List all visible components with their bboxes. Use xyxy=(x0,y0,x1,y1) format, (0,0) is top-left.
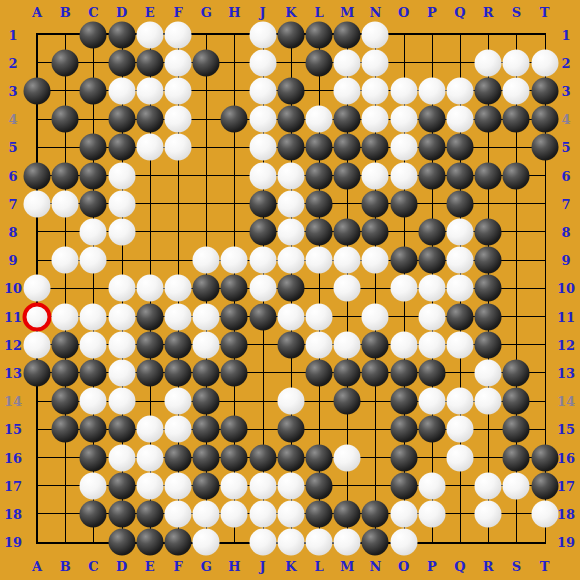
intersection-L17[interactable] xyxy=(305,472,333,500)
intersection-N5[interactable] xyxy=(361,133,389,161)
intersection-C14[interactable] xyxy=(79,387,107,415)
intersection-H14[interactable] xyxy=(220,387,248,415)
intersection-K16[interactable] xyxy=(277,444,305,472)
intersection-D3[interactable] xyxy=(108,77,136,105)
intersection-B2[interactable] xyxy=(51,49,79,77)
intersection-P2[interactable] xyxy=(418,49,446,77)
intersection-L2[interactable] xyxy=(305,49,333,77)
intersection-L4[interactable] xyxy=(305,105,333,133)
intersection-J12[interactable] xyxy=(249,331,277,359)
intersection-K4[interactable] xyxy=(277,105,305,133)
intersection-H6[interactable] xyxy=(220,162,248,190)
intersection-A19[interactable] xyxy=(23,528,51,556)
intersection-B14[interactable] xyxy=(51,387,79,415)
intersection-H16[interactable] xyxy=(220,444,248,472)
intersection-A6[interactable] xyxy=(23,162,51,190)
intersection-A12[interactable] xyxy=(23,331,51,359)
intersection-G2[interactable] xyxy=(192,49,220,77)
intersection-H11[interactable] xyxy=(220,303,248,331)
intersection-S16[interactable] xyxy=(502,444,530,472)
intersection-G5[interactable] xyxy=(192,133,220,161)
intersection-S19[interactable] xyxy=(502,528,530,556)
intersection-T11[interactable] xyxy=(531,303,559,331)
intersection-K3[interactable] xyxy=(277,77,305,105)
intersection-T2[interactable] xyxy=(531,49,559,77)
intersection-P13[interactable] xyxy=(418,359,446,387)
intersection-C18[interactable] xyxy=(79,500,107,528)
intersection-K7[interactable] xyxy=(277,190,305,218)
intersection-S8[interactable] xyxy=(502,218,530,246)
intersection-T15[interactable] xyxy=(531,415,559,443)
intersection-E10[interactable] xyxy=(136,274,164,302)
intersection-Q14[interactable] xyxy=(446,387,474,415)
intersection-S14[interactable] xyxy=(502,387,530,415)
intersection-O19[interactable] xyxy=(390,528,418,556)
intersection-H2[interactable] xyxy=(220,49,248,77)
intersection-M8[interactable] xyxy=(333,218,361,246)
intersection-P5[interactable] xyxy=(418,133,446,161)
intersection-Q8[interactable] xyxy=(446,218,474,246)
intersection-M3[interactable] xyxy=(333,77,361,105)
intersection-D5[interactable] xyxy=(108,133,136,161)
intersection-G1[interactable] xyxy=(192,21,220,49)
intersection-D15[interactable] xyxy=(108,415,136,443)
intersection-O6[interactable] xyxy=(390,162,418,190)
intersection-F14[interactable] xyxy=(164,387,192,415)
intersection-E7[interactable] xyxy=(136,190,164,218)
intersection-H18[interactable] xyxy=(220,500,248,528)
intersection-H9[interactable] xyxy=(220,246,248,274)
intersection-O1[interactable] xyxy=(390,21,418,49)
intersection-E18[interactable] xyxy=(136,500,164,528)
intersection-T16[interactable] xyxy=(531,444,559,472)
intersection-K6[interactable] xyxy=(277,162,305,190)
intersection-J15[interactable] xyxy=(249,415,277,443)
intersection-R6[interactable] xyxy=(474,162,502,190)
intersection-F13[interactable] xyxy=(164,359,192,387)
intersection-C2[interactable] xyxy=(79,49,107,77)
intersection-E13[interactable] xyxy=(136,359,164,387)
intersection-H3[interactable] xyxy=(220,77,248,105)
intersection-F12[interactable] xyxy=(164,331,192,359)
intersection-A5[interactable] xyxy=(23,133,51,161)
intersection-L16[interactable] xyxy=(305,444,333,472)
intersection-N8[interactable] xyxy=(361,218,389,246)
intersection-P3[interactable] xyxy=(418,77,446,105)
intersection-B3[interactable] xyxy=(51,77,79,105)
intersection-O13[interactable] xyxy=(390,359,418,387)
intersection-R1[interactable] xyxy=(474,21,502,49)
intersection-K19[interactable] xyxy=(277,528,305,556)
intersection-B10[interactable] xyxy=(51,274,79,302)
intersection-D14[interactable] xyxy=(108,387,136,415)
intersection-Q17[interactable] xyxy=(446,472,474,500)
intersection-A17[interactable] xyxy=(23,472,51,500)
intersection-M15[interactable] xyxy=(333,415,361,443)
intersection-N6[interactable] xyxy=(361,162,389,190)
intersection-D6[interactable] xyxy=(108,162,136,190)
intersection-K11[interactable] xyxy=(277,303,305,331)
intersection-G8[interactable] xyxy=(192,218,220,246)
intersection-N14[interactable] xyxy=(361,387,389,415)
intersection-G14[interactable] xyxy=(192,387,220,415)
intersection-R18[interactable] xyxy=(474,500,502,528)
intersection-H8[interactable] xyxy=(220,218,248,246)
intersection-E4[interactable] xyxy=(136,105,164,133)
intersection-A15[interactable] xyxy=(23,415,51,443)
intersection-M18[interactable] xyxy=(333,500,361,528)
intersection-K17[interactable] xyxy=(277,472,305,500)
intersection-D19[interactable] xyxy=(108,528,136,556)
intersection-D8[interactable] xyxy=(108,218,136,246)
intersection-P14[interactable] xyxy=(418,387,446,415)
intersection-H7[interactable] xyxy=(220,190,248,218)
intersection-G13[interactable] xyxy=(192,359,220,387)
intersection-A13[interactable] xyxy=(23,359,51,387)
intersection-J18[interactable] xyxy=(249,500,277,528)
intersection-G19[interactable] xyxy=(192,528,220,556)
intersection-P16[interactable] xyxy=(418,444,446,472)
intersection-S18[interactable] xyxy=(502,500,530,528)
intersection-J3[interactable] xyxy=(249,77,277,105)
intersection-T4[interactable] xyxy=(531,105,559,133)
intersection-R5[interactable] xyxy=(474,133,502,161)
intersection-S15[interactable] xyxy=(502,415,530,443)
intersection-F9[interactable] xyxy=(164,246,192,274)
intersection-E1[interactable] xyxy=(136,21,164,49)
intersection-M9[interactable] xyxy=(333,246,361,274)
intersection-A8[interactable] xyxy=(23,218,51,246)
intersection-O9[interactable] xyxy=(390,246,418,274)
intersection-F10[interactable] xyxy=(164,274,192,302)
intersection-M6[interactable] xyxy=(333,162,361,190)
intersection-O8[interactable] xyxy=(390,218,418,246)
intersection-L13[interactable] xyxy=(305,359,333,387)
intersection-K5[interactable] xyxy=(277,133,305,161)
intersection-T19[interactable] xyxy=(531,528,559,556)
intersection-E2[interactable] xyxy=(136,49,164,77)
intersection-J11[interactable] xyxy=(249,303,277,331)
intersection-P18[interactable] xyxy=(418,500,446,528)
intersection-S9[interactable] xyxy=(502,246,530,274)
intersection-B18[interactable] xyxy=(51,500,79,528)
intersection-H4[interactable] xyxy=(220,105,248,133)
intersection-T17[interactable] xyxy=(531,472,559,500)
intersection-R3[interactable] xyxy=(474,77,502,105)
intersection-N19[interactable] xyxy=(361,528,389,556)
intersection-N15[interactable] xyxy=(361,415,389,443)
intersection-Q2[interactable] xyxy=(446,49,474,77)
intersection-Q10[interactable] xyxy=(446,274,474,302)
intersection-R8[interactable] xyxy=(474,218,502,246)
intersection-M19[interactable] xyxy=(333,528,361,556)
intersection-A7[interactable] xyxy=(23,190,51,218)
intersection-T3[interactable] xyxy=(531,77,559,105)
intersection-N7[interactable] xyxy=(361,190,389,218)
intersection-A10[interactable] xyxy=(23,274,51,302)
intersection-K13[interactable] xyxy=(277,359,305,387)
intersection-R9[interactable] xyxy=(474,246,502,274)
intersection-L15[interactable] xyxy=(305,415,333,443)
intersection-P9[interactable] xyxy=(418,246,446,274)
intersection-F15[interactable] xyxy=(164,415,192,443)
intersection-C6[interactable] xyxy=(79,162,107,190)
intersection-T7[interactable] xyxy=(531,190,559,218)
intersection-N1[interactable] xyxy=(361,21,389,49)
intersection-S1[interactable] xyxy=(502,21,530,49)
intersection-L8[interactable] xyxy=(305,218,333,246)
intersection-F2[interactable] xyxy=(164,49,192,77)
intersection-J14[interactable] xyxy=(249,387,277,415)
intersection-E8[interactable] xyxy=(136,218,164,246)
intersection-M4[interactable] xyxy=(333,105,361,133)
intersection-P12[interactable] xyxy=(418,331,446,359)
intersection-G9[interactable] xyxy=(192,246,220,274)
intersection-Q15[interactable] xyxy=(446,415,474,443)
intersection-T1[interactable] xyxy=(531,21,559,49)
intersection-C19[interactable] xyxy=(79,528,107,556)
intersection-N16[interactable] xyxy=(361,444,389,472)
intersection-H13[interactable] xyxy=(220,359,248,387)
intersection-D12[interactable] xyxy=(108,331,136,359)
intersection-F19[interactable] xyxy=(164,528,192,556)
intersection-J17[interactable] xyxy=(249,472,277,500)
intersection-K8[interactable] xyxy=(277,218,305,246)
intersection-B16[interactable] xyxy=(51,444,79,472)
intersection-T5[interactable] xyxy=(531,133,559,161)
intersection-J5[interactable] xyxy=(249,133,277,161)
intersection-R14[interactable] xyxy=(474,387,502,415)
intersection-B12[interactable] xyxy=(51,331,79,359)
intersection-S13[interactable] xyxy=(502,359,530,387)
intersection-T14[interactable] xyxy=(531,387,559,415)
intersection-K2[interactable] xyxy=(277,49,305,77)
intersection-J16[interactable] xyxy=(249,444,277,472)
intersection-F18[interactable] xyxy=(164,500,192,528)
intersection-M14[interactable] xyxy=(333,387,361,415)
intersection-R11[interactable] xyxy=(474,303,502,331)
intersection-L18[interactable] xyxy=(305,500,333,528)
intersection-O15[interactable] xyxy=(390,415,418,443)
intersection-A9[interactable] xyxy=(23,246,51,274)
intersection-L14[interactable] xyxy=(305,387,333,415)
intersection-C15[interactable] xyxy=(79,415,107,443)
intersection-C1[interactable] xyxy=(79,21,107,49)
intersection-C8[interactable] xyxy=(79,218,107,246)
intersection-M5[interactable] xyxy=(333,133,361,161)
intersection-Q6[interactable] xyxy=(446,162,474,190)
intersection-D10[interactable] xyxy=(108,274,136,302)
intersection-H17[interactable] xyxy=(220,472,248,500)
intersection-E6[interactable] xyxy=(136,162,164,190)
intersection-D16[interactable] xyxy=(108,444,136,472)
intersection-Q7[interactable] xyxy=(446,190,474,218)
intersection-R7[interactable] xyxy=(474,190,502,218)
intersection-E9[interactable] xyxy=(136,246,164,274)
intersection-J6[interactable] xyxy=(249,162,277,190)
intersection-M1[interactable] xyxy=(333,21,361,49)
intersection-F6[interactable] xyxy=(164,162,192,190)
intersection-T13[interactable] xyxy=(531,359,559,387)
intersection-K15[interactable] xyxy=(277,415,305,443)
intersection-A11[interactable] xyxy=(23,303,51,331)
intersection-G7[interactable] xyxy=(192,190,220,218)
intersection-J13[interactable] xyxy=(249,359,277,387)
intersection-P4[interactable] xyxy=(418,105,446,133)
intersection-S5[interactable] xyxy=(502,133,530,161)
intersection-C12[interactable] xyxy=(79,331,107,359)
intersection-S6[interactable] xyxy=(502,162,530,190)
intersection-R16[interactable] xyxy=(474,444,502,472)
intersection-H19[interactable] xyxy=(220,528,248,556)
intersection-T6[interactable] xyxy=(531,162,559,190)
intersection-B9[interactable] xyxy=(51,246,79,274)
intersection-O3[interactable] xyxy=(390,77,418,105)
intersection-S2[interactable] xyxy=(502,49,530,77)
intersection-M12[interactable] xyxy=(333,331,361,359)
intersection-N4[interactable] xyxy=(361,105,389,133)
intersection-O4[interactable] xyxy=(390,105,418,133)
intersection-C16[interactable] xyxy=(79,444,107,472)
intersection-R2[interactable] xyxy=(474,49,502,77)
intersection-F3[interactable] xyxy=(164,77,192,105)
intersection-O18[interactable] xyxy=(390,500,418,528)
intersection-G10[interactable] xyxy=(192,274,220,302)
intersection-M17[interactable] xyxy=(333,472,361,500)
intersection-L3[interactable] xyxy=(305,77,333,105)
intersection-K9[interactable] xyxy=(277,246,305,274)
intersection-J10[interactable] xyxy=(249,274,277,302)
intersection-A3[interactable] xyxy=(23,77,51,105)
intersection-P8[interactable] xyxy=(418,218,446,246)
intersection-O12[interactable] xyxy=(390,331,418,359)
intersection-L9[interactable] xyxy=(305,246,333,274)
intersection-A14[interactable] xyxy=(23,387,51,415)
intersection-L11[interactable] xyxy=(305,303,333,331)
intersection-A16[interactable] xyxy=(23,444,51,472)
intersection-C5[interactable] xyxy=(79,133,107,161)
intersection-G17[interactable] xyxy=(192,472,220,500)
intersection-D7[interactable] xyxy=(108,190,136,218)
intersection-J7[interactable] xyxy=(249,190,277,218)
intersection-P10[interactable] xyxy=(418,274,446,302)
intersection-F1[interactable] xyxy=(164,21,192,49)
intersection-P19[interactable] xyxy=(418,528,446,556)
intersection-P6[interactable] xyxy=(418,162,446,190)
intersection-C4[interactable] xyxy=(79,105,107,133)
intersection-T9[interactable] xyxy=(531,246,559,274)
intersection-D9[interactable] xyxy=(108,246,136,274)
intersection-O17[interactable] xyxy=(390,472,418,500)
intersection-Q1[interactable] xyxy=(446,21,474,49)
intersection-A1[interactable] xyxy=(23,21,51,49)
intersection-F7[interactable] xyxy=(164,190,192,218)
intersection-Q11[interactable] xyxy=(446,303,474,331)
intersection-L10[interactable] xyxy=(305,274,333,302)
intersection-D2[interactable] xyxy=(108,49,136,77)
intersection-S10[interactable] xyxy=(502,274,530,302)
intersection-C17[interactable] xyxy=(79,472,107,500)
intersection-E19[interactable] xyxy=(136,528,164,556)
intersection-G16[interactable] xyxy=(192,444,220,472)
intersection-P11[interactable] xyxy=(418,303,446,331)
intersection-O10[interactable] xyxy=(390,274,418,302)
intersection-M7[interactable] xyxy=(333,190,361,218)
intersection-S12[interactable] xyxy=(502,331,530,359)
intersection-M11[interactable] xyxy=(333,303,361,331)
intersection-K1[interactable] xyxy=(277,21,305,49)
intersection-N10[interactable] xyxy=(361,274,389,302)
intersection-L7[interactable] xyxy=(305,190,333,218)
intersection-Q9[interactable] xyxy=(446,246,474,274)
intersection-N2[interactable] xyxy=(361,49,389,77)
intersection-M16[interactable] xyxy=(333,444,361,472)
intersection-K14[interactable] xyxy=(277,387,305,415)
intersection-S11[interactable] xyxy=(502,303,530,331)
intersection-E17[interactable] xyxy=(136,472,164,500)
intersection-C13[interactable] xyxy=(79,359,107,387)
intersection-N12[interactable] xyxy=(361,331,389,359)
intersection-H10[interactable] xyxy=(220,274,248,302)
intersection-P15[interactable] xyxy=(418,415,446,443)
intersection-G12[interactable] xyxy=(192,331,220,359)
intersection-S17[interactable] xyxy=(502,472,530,500)
intersection-E14[interactable] xyxy=(136,387,164,415)
intersection-C10[interactable] xyxy=(79,274,107,302)
intersection-B13[interactable] xyxy=(51,359,79,387)
intersection-G6[interactable] xyxy=(192,162,220,190)
intersection-Q18[interactable] xyxy=(446,500,474,528)
intersection-R12[interactable] xyxy=(474,331,502,359)
intersection-Q4[interactable] xyxy=(446,105,474,133)
intersection-R15[interactable] xyxy=(474,415,502,443)
intersection-P1[interactable] xyxy=(418,21,446,49)
intersection-E12[interactable] xyxy=(136,331,164,359)
intersection-M2[interactable] xyxy=(333,49,361,77)
intersection-O11[interactable] xyxy=(390,303,418,331)
intersection-H15[interactable] xyxy=(220,415,248,443)
intersection-G11[interactable] xyxy=(192,303,220,331)
intersection-K18[interactable] xyxy=(277,500,305,528)
intersection-M13[interactable] xyxy=(333,359,361,387)
intersection-G15[interactable] xyxy=(192,415,220,443)
intersection-K10[interactable] xyxy=(277,274,305,302)
intersection-Q3[interactable] xyxy=(446,77,474,105)
intersection-C9[interactable] xyxy=(79,246,107,274)
intersection-B7[interactable] xyxy=(51,190,79,218)
intersection-O7[interactable] xyxy=(390,190,418,218)
intersection-B15[interactable] xyxy=(51,415,79,443)
intersection-J19[interactable] xyxy=(249,528,277,556)
intersection-Q5[interactable] xyxy=(446,133,474,161)
intersection-T8[interactable] xyxy=(531,218,559,246)
intersection-O5[interactable] xyxy=(390,133,418,161)
intersection-S3[interactable] xyxy=(502,77,530,105)
intersection-R17[interactable] xyxy=(474,472,502,500)
intersection-D1[interactable] xyxy=(108,21,136,49)
intersection-P7[interactable] xyxy=(418,190,446,218)
intersection-A2[interactable] xyxy=(23,49,51,77)
intersection-R13[interactable] xyxy=(474,359,502,387)
intersection-B17[interactable] xyxy=(51,472,79,500)
intersection-G4[interactable] xyxy=(192,105,220,133)
intersection-Q16[interactable] xyxy=(446,444,474,472)
intersection-F11[interactable] xyxy=(164,303,192,331)
intersection-N3[interactable] xyxy=(361,77,389,105)
intersection-S4[interactable] xyxy=(502,105,530,133)
intersection-J2[interactable] xyxy=(249,49,277,77)
intersection-C7[interactable] xyxy=(79,190,107,218)
